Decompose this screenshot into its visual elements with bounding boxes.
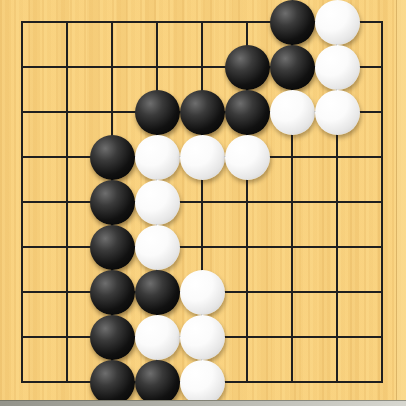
board-bottom-edge xyxy=(0,400,406,406)
white-stone xyxy=(135,315,180,360)
black-stone xyxy=(180,90,225,135)
white-stone xyxy=(180,315,225,360)
white-stone xyxy=(180,135,225,180)
black-stone xyxy=(90,360,135,405)
white-stone xyxy=(135,135,180,180)
grid-line-vertical xyxy=(381,21,383,383)
white-stone xyxy=(270,90,315,135)
white-stone xyxy=(315,45,360,90)
black-stone xyxy=(270,45,315,90)
go-board xyxy=(0,0,406,406)
white-stone xyxy=(225,135,270,180)
black-stone xyxy=(90,225,135,270)
board-right-bevel-face xyxy=(397,0,406,406)
black-stone xyxy=(225,45,270,90)
black-stone xyxy=(90,135,135,180)
black-stone xyxy=(225,90,270,135)
white-stone xyxy=(135,225,180,270)
white-stone xyxy=(315,90,360,135)
black-stone xyxy=(135,90,180,135)
grid-line-horizontal xyxy=(21,246,383,248)
black-stone xyxy=(90,180,135,225)
black-stone xyxy=(135,270,180,315)
black-stone xyxy=(90,315,135,360)
black-stone xyxy=(90,270,135,315)
black-stone xyxy=(270,0,315,45)
white-stone xyxy=(180,270,225,315)
black-stone xyxy=(135,360,180,405)
white-stone xyxy=(135,180,180,225)
white-stone xyxy=(315,0,360,45)
white-stone xyxy=(180,360,225,405)
